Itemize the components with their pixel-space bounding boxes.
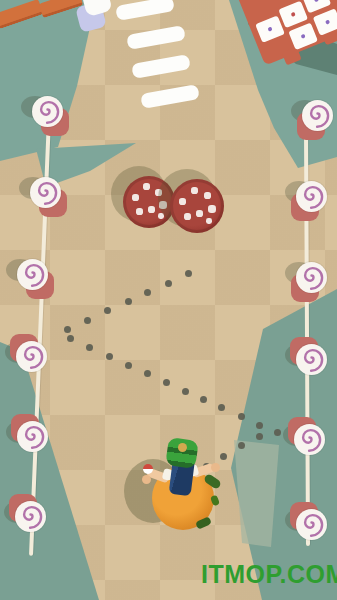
candy-swirl bbox=[294, 424, 325, 455]
swirl-icon bbox=[294, 424, 325, 455]
game-screen[interactable]: ITMOP.COM bbox=[0, 0, 337, 600]
candy-swirl bbox=[296, 344, 327, 375]
swirl-icon bbox=[296, 344, 327, 375]
lollipop-candy bbox=[294, 507, 330, 543]
swirl-icon bbox=[296, 181, 327, 212]
candy-swirl bbox=[296, 181, 327, 212]
cap-button bbox=[178, 443, 187, 452]
lollipop-candy bbox=[292, 422, 328, 458]
held-item bbox=[143, 464, 153, 474]
lollipop-candy bbox=[294, 179, 330, 215]
lollipop-candy bbox=[300, 98, 336, 134]
player-right-hand bbox=[211, 463, 220, 472]
player-green-cap bbox=[165, 437, 199, 469]
lollipop-candy bbox=[294, 342, 330, 378]
player-character[interactable] bbox=[130, 433, 230, 545]
swirl-icon bbox=[302, 100, 333, 131]
player-left-hand bbox=[142, 475, 151, 484]
watermark-text: ITMOP.COM bbox=[201, 560, 337, 589]
swirl-icon bbox=[296, 262, 327, 293]
lollipop-candy bbox=[294, 260, 330, 296]
swirl-icon bbox=[296, 509, 327, 540]
candy-swirl bbox=[296, 262, 327, 293]
candy-swirl bbox=[302, 100, 333, 131]
candy-swirl bbox=[296, 509, 327, 540]
